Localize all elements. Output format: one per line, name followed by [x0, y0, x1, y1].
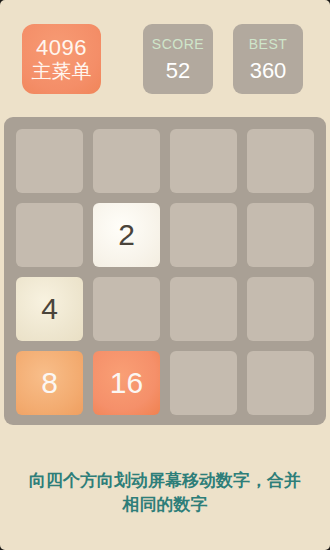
empty-cell-r1c2: [93, 129, 160, 193]
empty-cell-r1c3: [170, 129, 237, 193]
tile-2: 2: [93, 203, 160, 267]
empty-cell-r2c4: [247, 203, 314, 267]
app-screen: 4096 主菜单 SCORE 52 BEST 360 24816 向四个方向划动…: [0, 0, 330, 550]
empty-cell-r3c4: [247, 277, 314, 341]
empty-cell-r3c3: [170, 277, 237, 341]
empty-cell-r3c2: [93, 277, 160, 341]
instructions-text: 向四个方向划动屏幕移动数字，合并相同的数字: [21, 469, 309, 517]
score-value: 52: [166, 58, 190, 83]
tile-8: 8: [16, 351, 83, 415]
empty-cell-r2c3: [170, 203, 237, 267]
score-box: SCORE 52: [143, 24, 213, 94]
score-label: SCORE: [152, 36, 204, 53]
game-board[interactable]: 24816: [4, 117, 326, 425]
best-box: BEST 360: [233, 24, 303, 94]
main-menu-label: 主菜单: [32, 60, 92, 83]
app-title: 4096: [36, 36, 87, 60]
empty-cell-r4c4: [247, 351, 314, 415]
empty-cell-r1c1: [16, 129, 83, 193]
empty-cell-r1c4: [247, 129, 314, 193]
best-value: 360: [250, 58, 287, 83]
tile-16: 16: [93, 351, 160, 415]
empty-cell-r4c3: [170, 351, 237, 415]
tile-4: 4: [16, 277, 83, 341]
main-menu-button[interactable]: 4096 主菜单: [22, 24, 101, 94]
best-label: BEST: [249, 36, 288, 53]
header: 4096 主菜单 SCORE 52 BEST 360: [0, 0, 330, 94]
empty-cell-r2c1: [16, 203, 83, 267]
